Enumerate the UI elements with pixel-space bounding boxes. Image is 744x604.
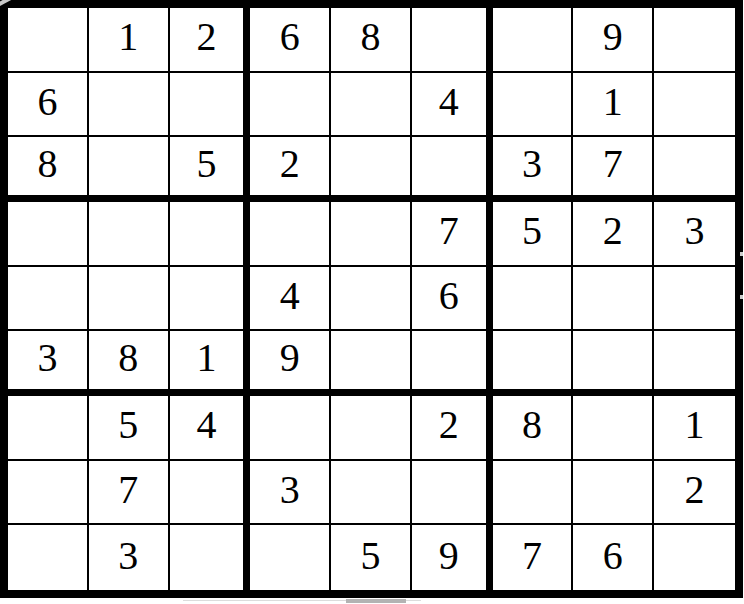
- cell-r9c6[interactable]: 9: [412, 525, 493, 590]
- cell-r4c4[interactable]: [250, 202, 331, 267]
- cell-r9c8[interactable]: 6: [573, 525, 654, 590]
- cell-r3c7[interactable]: 3: [493, 137, 574, 202]
- given-digit: 1: [685, 405, 705, 445]
- edge-artifact: [740, 295, 743, 299]
- given-digit: 2: [196, 17, 216, 57]
- cell-r3c2[interactable]: [89, 137, 170, 202]
- cell-r2c5[interactable]: [331, 73, 412, 138]
- cell-r2c2[interactable]: [89, 73, 170, 138]
- given-digit: 1: [118, 17, 138, 57]
- given-digit: 4: [439, 82, 459, 122]
- given-digit: 7: [439, 211, 459, 251]
- cell-r6c2[interactable]: 8: [89, 331, 170, 396]
- given-digit: 8: [522, 405, 542, 445]
- horizontal-scrollbar-thumb[interactable]: [346, 599, 406, 603]
- cell-r3c6[interactable]: [412, 137, 493, 202]
- cell-r7c9[interactable]: 1: [654, 396, 735, 461]
- cell-r1c4[interactable]: 6: [250, 8, 331, 73]
- cell-r3c9[interactable]: [654, 137, 735, 202]
- cell-r2c7[interactable]: [493, 73, 574, 138]
- given-digit: 7: [118, 470, 138, 510]
- given-digit: 1: [603, 82, 623, 122]
- given-digit: 2: [280, 144, 300, 184]
- cell-r1c9[interactable]: [654, 8, 735, 73]
- cell-r7c2[interactable]: 5: [89, 396, 170, 461]
- cell-r7c6[interactable]: 2: [412, 396, 493, 461]
- cell-r4c9[interactable]: 3: [654, 202, 735, 267]
- cell-r3c3[interactable]: 5: [170, 137, 251, 202]
- given-digit: 4: [196, 405, 216, 445]
- sudoku-board: 126896418523775234638195428173235976: [0, 0, 743, 598]
- cell-r8c4[interactable]: 3: [250, 461, 331, 526]
- cell-r4c7[interactable]: 5: [493, 202, 574, 267]
- cell-r3c5[interactable]: [331, 137, 412, 202]
- cell-r1c6[interactable]: [412, 8, 493, 73]
- cell-r8c5[interactable]: [331, 461, 412, 526]
- cell-r4c1[interactable]: [8, 202, 89, 267]
- cell-r1c8[interactable]: 9: [573, 8, 654, 73]
- cell-r6c1[interactable]: 3: [8, 331, 89, 396]
- given-digit: 1: [196, 338, 216, 378]
- given-digit: 2: [603, 211, 623, 251]
- cell-r7c3[interactable]: 4: [170, 396, 251, 461]
- cell-r1c7[interactable]: [493, 8, 574, 73]
- cell-r9c7[interactable]: 7: [493, 525, 574, 590]
- given-digit: 5: [360, 536, 380, 576]
- given-digit: 2: [439, 405, 459, 445]
- given-digit: 8: [118, 338, 138, 378]
- cell-r2c6[interactable]: 4: [412, 73, 493, 138]
- given-digit: 9: [439, 536, 459, 576]
- cell-r2c3[interactable]: [170, 73, 251, 138]
- cell-r5c1[interactable]: [8, 267, 89, 332]
- given-digit: 3: [522, 144, 542, 184]
- cell-r5c7[interactable]: [493, 267, 574, 332]
- cell-r7c5[interactable]: [331, 396, 412, 461]
- cell-r6c4[interactable]: 9: [250, 331, 331, 396]
- cell-r1c2[interactable]: 1: [89, 8, 170, 73]
- cell-r6c6[interactable]: [412, 331, 493, 396]
- cell-r6c8[interactable]: [573, 331, 654, 396]
- given-digit: 7: [603, 144, 623, 184]
- given-digit: 3: [118, 536, 138, 576]
- given-digit: 3: [280, 470, 300, 510]
- cell-r1c5[interactable]: 8: [331, 8, 412, 73]
- given-digit: 3: [685, 211, 705, 251]
- cell-r5c3[interactable]: [170, 267, 251, 332]
- cell-r9c4[interactable]: [250, 525, 331, 590]
- given-digit: 6: [37, 82, 57, 122]
- cell-r8c2[interactable]: 7: [89, 461, 170, 526]
- cell-r3c8[interactable]: 7: [573, 137, 654, 202]
- given-digit: 5: [196, 144, 216, 184]
- given-digit: 8: [360, 17, 380, 57]
- cell-r7c4[interactable]: [250, 396, 331, 461]
- cell-r5c5[interactable]: [331, 267, 412, 332]
- given-digit: 5: [522, 211, 542, 251]
- cell-r9c9[interactable]: [654, 525, 735, 590]
- cell-r4c8[interactable]: 2: [573, 202, 654, 267]
- cell-r6c5[interactable]: [331, 331, 412, 396]
- cell-r5c8[interactable]: [573, 267, 654, 332]
- cell-r9c5[interactable]: 5: [331, 525, 412, 590]
- cell-r9c3[interactable]: [170, 525, 251, 590]
- cell-r2c8[interactable]: 1: [573, 73, 654, 138]
- cell-r6c9[interactable]: [654, 331, 735, 396]
- cell-r5c9[interactable]: [654, 267, 735, 332]
- cell-r4c3[interactable]: [170, 202, 251, 267]
- edge-artifact: [740, 252, 743, 256]
- cell-r8c9[interactable]: 2: [654, 461, 735, 526]
- cell-r1c3[interactable]: 2: [170, 8, 251, 73]
- sudoku-page: 126896418523775234638195428173235976: [0, 0, 744, 604]
- cell-r8c3[interactable]: [170, 461, 251, 526]
- given-digit: 9: [603, 17, 623, 57]
- given-digit: 4: [280, 276, 300, 316]
- cell-r7c8[interactable]: [573, 396, 654, 461]
- cell-r4c5[interactable]: [331, 202, 412, 267]
- cell-r8c1[interactable]: [8, 461, 89, 526]
- cell-r6c7[interactable]: [493, 331, 574, 396]
- cell-r6c3[interactable]: 1: [170, 331, 251, 396]
- cell-r3c4[interactable]: 2: [250, 137, 331, 202]
- cell-r2c1[interactable]: 6: [8, 73, 89, 138]
- cell-r2c9[interactable]: [654, 73, 735, 138]
- cell-r9c1[interactable]: [8, 525, 89, 590]
- cell-r3c1[interactable]: 8: [8, 137, 89, 202]
- given-digit: 9: [280, 338, 300, 378]
- given-digit: 6: [280, 17, 300, 57]
- cell-r8c8[interactable]: [573, 461, 654, 526]
- cell-r4c6[interactable]: 7: [412, 202, 493, 267]
- cell-r5c6[interactable]: 6: [412, 267, 493, 332]
- cell-r4c2[interactable]: [89, 202, 170, 267]
- cell-r7c7[interactable]: 8: [493, 396, 574, 461]
- cell-r2c4[interactable]: [250, 73, 331, 138]
- given-digit: 2: [685, 470, 705, 510]
- cell-r7c1[interactable]: [8, 396, 89, 461]
- cell-r8c7[interactable]: [493, 461, 574, 526]
- given-digit: 7: [522, 536, 542, 576]
- given-digit: 3: [37, 338, 57, 378]
- cell-r5c4[interactable]: 4: [250, 267, 331, 332]
- cell-r5c2[interactable]: [89, 267, 170, 332]
- given-digit: 6: [603, 536, 623, 576]
- cell-r8c6[interactable]: [412, 461, 493, 526]
- given-digit: 5: [118, 405, 138, 445]
- given-digit: 6: [439, 276, 459, 316]
- cell-r1c1[interactable]: [8, 8, 89, 73]
- cell-r9c2[interactable]: 3: [89, 525, 170, 590]
- given-digit: 8: [37, 144, 57, 184]
